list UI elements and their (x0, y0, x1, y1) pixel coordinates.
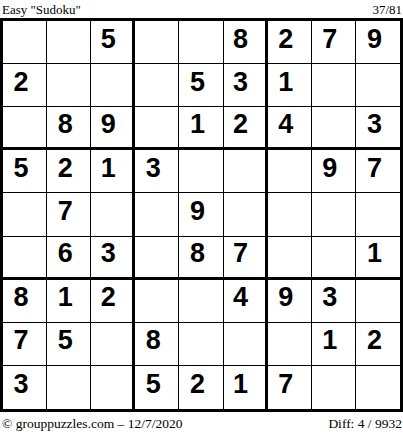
cell-r3c3: 9 (91, 107, 135, 150)
cell-r8c1: 7 (3, 323, 47, 366)
cell-r3c7: 4 (268, 107, 312, 150)
cell-r4c7[interactable] (268, 150, 312, 193)
cell-r3c6: 2 (224, 107, 268, 150)
cell-r1c6: 8 (224, 21, 268, 64)
cell-r4c4: 3 (135, 150, 179, 193)
cell-r7c7: 9 (268, 280, 312, 323)
footer: © grouppuzzles.com – 12/7/2020 Diff: 4 /… (0, 412, 403, 437)
cell-r6c8[interactable] (312, 237, 356, 280)
cell-r1c3: 5 (91, 21, 135, 64)
cell-r2c1: 2 (3, 64, 47, 107)
cell-r2c6: 3 (224, 64, 268, 107)
cell-r5c5: 9 (179, 193, 223, 236)
cell-r5c2: 7 (47, 193, 91, 236)
cell-r1c4[interactable] (135, 21, 179, 64)
cell-r7c8: 3 (312, 280, 356, 323)
cell-r1c2[interactable] (47, 21, 91, 64)
cell-r3c4[interactable] (135, 107, 179, 150)
cell-r6c7[interactable] (268, 237, 312, 280)
given-counter: 37/81 (372, 3, 402, 17)
cell-r6c9: 1 (356, 237, 400, 280)
cell-r7c2: 1 (47, 280, 91, 323)
cell-r7c3: 2 (91, 280, 135, 323)
cell-r4c3: 1 (91, 150, 135, 193)
cell-r2c8[interactable] (312, 64, 356, 107)
cell-r4c8: 9 (312, 150, 356, 193)
cell-r7c4[interactable] (135, 280, 179, 323)
copyright-credit: © grouppuzzles.com – 12/7/2020 (2, 416, 182, 431)
puzzle-page: Easy "Sudoku" 37/81 58279253189124352139… (0, 0, 403, 437)
cell-r3c5: 1 (179, 107, 223, 150)
cell-r2c5: 5 (179, 64, 223, 107)
cell-r4c6[interactable] (224, 150, 268, 193)
cell-r8c9: 2 (356, 323, 400, 366)
sudoku-board: 5827925318912435213977963871812493758123… (0, 18, 403, 412)
cell-r8c7[interactable] (268, 323, 312, 366)
cell-r1c7: 2 (268, 21, 312, 64)
cell-r8c6[interactable] (224, 323, 268, 366)
cell-r6c3: 3 (91, 237, 135, 280)
cell-r9c7: 7 (268, 366, 312, 409)
cell-r9c8[interactable] (312, 366, 356, 409)
cell-r9c1: 3 (3, 366, 47, 409)
cell-r4c2: 2 (47, 150, 91, 193)
cell-r6c1[interactable] (3, 237, 47, 280)
cell-r3c2: 8 (47, 107, 91, 150)
cell-r9c4: 5 (135, 366, 179, 409)
cell-r8c2: 5 (47, 323, 91, 366)
cell-r6c4[interactable] (135, 237, 179, 280)
cell-r9c3[interactable] (91, 366, 135, 409)
cell-r2c9[interactable] (356, 64, 400, 107)
cell-r8c4: 8 (135, 323, 179, 366)
cell-r2c3[interactable] (91, 64, 135, 107)
cell-r8c3[interactable] (91, 323, 135, 366)
cell-r1c8: 7 (312, 21, 356, 64)
cell-r2c4[interactable] (135, 64, 179, 107)
cell-r5c8[interactable] (312, 193, 356, 236)
difficulty-label: Diff: 4 / 9932 (328, 416, 402, 431)
cell-r6c5: 8 (179, 237, 223, 280)
cell-r5c4[interactable] (135, 193, 179, 236)
puzzle-title: Easy "Sudoku" (2, 3, 81, 17)
cell-r4c1: 5 (3, 150, 47, 193)
cell-r8c5[interactable] (179, 323, 223, 366)
cell-r5c6[interactable] (224, 193, 268, 236)
cell-r6c6: 7 (224, 237, 268, 280)
cell-r8c8: 1 (312, 323, 356, 366)
cell-r1c5[interactable] (179, 21, 223, 64)
cell-r9c5: 2 (179, 366, 223, 409)
cell-r3c9: 3 (356, 107, 400, 150)
cell-r7c1: 8 (3, 280, 47, 323)
cell-r5c1[interactable] (3, 193, 47, 236)
cell-r3c8[interactable] (312, 107, 356, 150)
cell-r1c9: 9 (356, 21, 400, 64)
cell-r7c5[interactable] (179, 280, 223, 323)
cell-r2c2[interactable] (47, 64, 91, 107)
cell-r7c9[interactable] (356, 280, 400, 323)
cell-r4c9: 7 (356, 150, 400, 193)
cell-r9c9[interactable] (356, 366, 400, 409)
cell-r5c9[interactable] (356, 193, 400, 236)
cell-r9c2[interactable] (47, 366, 91, 409)
cell-r6c2: 6 (47, 237, 91, 280)
cell-r3c1[interactable] (3, 107, 47, 150)
cell-r5c7[interactable] (268, 193, 312, 236)
cell-r2c7: 1 (268, 64, 312, 107)
header: Easy "Sudoku" 37/81 (0, 0, 403, 18)
cell-r5c3[interactable] (91, 193, 135, 236)
cell-r1c1[interactable] (3, 21, 47, 64)
cell-r7c6: 4 (224, 280, 268, 323)
cell-r4c5[interactable] (179, 150, 223, 193)
cell-r9c6: 1 (224, 366, 268, 409)
